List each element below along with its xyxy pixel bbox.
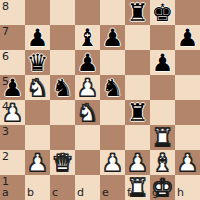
piece-black-king: ♚ [150,0,175,25]
square-h8[interactable] [175,0,200,25]
square-c3[interactable] [50,125,75,150]
piece-black-queen: ♛ [25,50,50,75]
square-d7[interactable]: ♝ [75,25,100,50]
square-c8[interactable] [50,0,75,25]
square-e1[interactable]: e [100,175,125,200]
square-h4[interactable] [175,100,200,125]
file-label-h: h [177,187,184,199]
square-b4[interactable] [25,100,50,125]
square-e8[interactable] [100,0,125,25]
square-d6[interactable]: ♟ [75,50,100,75]
square-g6[interactable]: ♟ [150,50,175,75]
square-b6[interactable]: ♛ [25,50,50,75]
square-g5[interactable] [150,75,175,100]
piece-white-pawn: ♟ [25,150,50,175]
piece-white-pawn: ♟ [175,150,200,175]
square-g1[interactable]: g♚ [150,175,175,200]
square-g3[interactable]: ♜ [150,125,175,150]
piece-black-pawn: ♟ [100,25,125,50]
piece-white-bishop: ♝ [150,150,175,175]
square-g7[interactable] [150,25,175,50]
chess-board: 8♜♚7♟♝♟♟6♛♟♟5♟♞♞♟♞4♟♞♜3♜2♟♛♟♟♝♟1abcdef♜g… [0,0,200,200]
square-h7[interactable]: ♟ [175,25,200,50]
rank-label-8: 8 [2,0,9,13]
piece-black-pawn: ♟ [25,25,50,50]
square-a5[interactable]: 5♟ [0,75,25,100]
square-f4[interactable]: ♜ [125,100,150,125]
square-h2[interactable]: ♟ [175,150,200,175]
file-label-d: d [77,187,84,199]
piece-black-knight: ♞ [100,75,125,100]
square-h6[interactable] [175,50,200,75]
square-c1[interactable]: c [50,175,75,200]
square-a6[interactable]: 6 [0,50,25,75]
square-e3[interactable] [100,125,125,150]
square-e4[interactable] [100,100,125,125]
piece-white-knight: ♞ [25,75,50,100]
piece-white-pawn: ♟ [125,150,150,175]
piece-black-pawn: ♟ [0,75,25,100]
rank-label-7: 7 [2,25,9,38]
square-d1[interactable]: d [75,175,100,200]
rank-label-6: 6 [2,50,9,63]
piece-white-king: ♚ [150,175,175,200]
square-f8[interactable]: ♜ [125,0,150,25]
square-g2[interactable]: ♝ [150,150,175,175]
piece-white-pawn: ♟ [0,100,25,125]
square-c5[interactable]: ♞ [50,75,75,100]
square-f2[interactable]: ♟ [125,150,150,175]
square-f6[interactable] [125,50,150,75]
piece-black-pawn: ♟ [150,50,175,75]
piece-white-rook: ♜ [150,125,175,150]
piece-black-pawn: ♟ [75,50,100,75]
square-d4[interactable]: ♞ [75,100,100,125]
square-b5[interactable]: ♞ [25,75,50,100]
piece-white-queen: ♛ [50,150,75,175]
piece-black-pawn: ♟ [175,25,200,50]
square-a7[interactable]: 7 [0,25,25,50]
square-e6[interactable] [100,50,125,75]
square-a4[interactable]: 4♟ [0,100,25,125]
square-g4[interactable] [150,100,175,125]
square-e2[interactable]: ♟ [100,150,125,175]
square-h1[interactable]: h [175,175,200,200]
square-d3[interactable] [75,125,100,150]
piece-black-rook: ♜ [125,100,150,125]
rank-label-2: 2 [2,150,9,163]
square-c2[interactable]: ♛ [50,150,75,175]
square-a3[interactable]: 3 [0,125,25,150]
square-c4[interactable] [50,100,75,125]
square-b7[interactable]: ♟ [25,25,50,50]
square-b2[interactable]: ♟ [25,150,50,175]
piece-white-rook: ♜ [125,175,150,200]
square-a2[interactable]: 2 [0,150,25,175]
square-b8[interactable] [25,0,50,25]
file-label-c: c [52,187,58,199]
square-b1[interactable]: b [25,175,50,200]
square-a1[interactable]: 1a [0,175,25,200]
square-f1[interactable]: f♜ [125,175,150,200]
square-h5[interactable] [175,75,200,100]
file-label-a: a [2,187,9,199]
file-label-b: b [27,187,34,199]
square-c7[interactable] [50,25,75,50]
square-e5[interactable]: ♞ [100,75,125,100]
piece-white-pawn: ♟ [75,75,100,100]
square-a8[interactable]: 8 [0,0,25,25]
square-h3[interactable] [175,125,200,150]
square-d5[interactable]: ♟ [75,75,100,100]
square-c6[interactable] [50,50,75,75]
square-e7[interactable]: ♟ [100,25,125,50]
square-b3[interactable] [25,125,50,150]
square-g8[interactable]: ♚ [150,0,175,25]
square-d8[interactable] [75,0,100,25]
piece-white-pawn: ♟ [100,150,125,175]
file-label-e: e [102,187,109,199]
piece-black-knight: ♞ [50,75,75,100]
square-f7[interactable] [125,25,150,50]
square-d2[interactable] [75,150,100,175]
piece-white-knight: ♞ [75,100,100,125]
piece-black-rook: ♜ [125,0,150,25]
square-f3[interactable] [125,125,150,150]
square-f5[interactable] [125,75,150,100]
piece-black-bishop: ♝ [75,25,100,50]
